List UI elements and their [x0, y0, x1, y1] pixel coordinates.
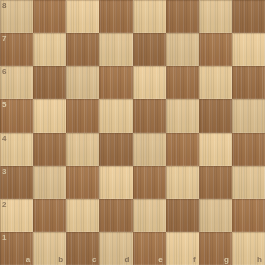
rank-label-8: 8: [2, 2, 6, 10]
rank-label-2: 2: [2, 201, 6, 209]
square-h4[interactable]: [232, 133, 265, 166]
square-g4[interactable]: [199, 133, 232, 166]
square-e8[interactable]: [133, 0, 166, 33]
file-label-h: h: [257, 256, 262, 264]
square-c5[interactable]: [66, 99, 99, 132]
square-g3[interactable]: [199, 166, 232, 199]
square-g2[interactable]: [199, 199, 232, 232]
square-g1[interactable]: g: [199, 232, 232, 265]
square-b3[interactable]: [33, 166, 66, 199]
square-a8[interactable]: 8: [0, 0, 33, 33]
square-g6[interactable]: [199, 66, 232, 99]
square-e4[interactable]: [133, 133, 166, 166]
rank-label-7: 7: [2, 35, 6, 43]
square-b2[interactable]: [33, 199, 66, 232]
square-g7[interactable]: [199, 33, 232, 66]
square-e2[interactable]: [133, 199, 166, 232]
square-c6[interactable]: [66, 66, 99, 99]
file-label-a: a: [26, 256, 30, 264]
square-f5[interactable]: [166, 99, 199, 132]
square-d7[interactable]: [99, 33, 132, 66]
square-h3[interactable]: [232, 166, 265, 199]
square-b5[interactable]: [33, 99, 66, 132]
square-a6[interactable]: 6: [0, 66, 33, 99]
square-b7[interactable]: [33, 33, 66, 66]
square-e5[interactable]: [133, 99, 166, 132]
square-f1[interactable]: f: [166, 232, 199, 265]
square-c3[interactable]: [66, 166, 99, 199]
square-c2[interactable]: [66, 199, 99, 232]
rank-label-1: 1: [2, 234, 6, 242]
square-d6[interactable]: [99, 66, 132, 99]
square-e7[interactable]: [133, 33, 166, 66]
square-b1[interactable]: b: [33, 232, 66, 265]
file-label-g: g: [224, 256, 229, 264]
square-d5[interactable]: [99, 99, 132, 132]
square-e1[interactable]: e: [133, 232, 166, 265]
square-h2[interactable]: [232, 199, 265, 232]
file-label-d: d: [125, 256, 130, 264]
square-c8[interactable]: [66, 0, 99, 33]
square-b8[interactable]: [33, 0, 66, 33]
square-e3[interactable]: [133, 166, 166, 199]
square-a5[interactable]: 5: [0, 99, 33, 132]
square-h1[interactable]: h: [232, 232, 265, 265]
rank-label-5: 5: [2, 101, 6, 109]
square-d1[interactable]: d: [99, 232, 132, 265]
square-b4[interactable]: [33, 133, 66, 166]
square-c4[interactable]: [66, 133, 99, 166]
square-b6[interactable]: [33, 66, 66, 99]
rank-label-6: 6: [2, 68, 6, 76]
square-c7[interactable]: [66, 33, 99, 66]
file-label-e: e: [158, 256, 162, 264]
square-a2[interactable]: 2: [0, 199, 33, 232]
square-h6[interactable]: [232, 66, 265, 99]
rank-label-4: 4: [2, 135, 6, 143]
square-h5[interactable]: [232, 99, 265, 132]
square-d3[interactable]: [99, 166, 132, 199]
square-d4[interactable]: [99, 133, 132, 166]
square-h8[interactable]: [232, 0, 265, 33]
chess-board: 87654321abcdefgh: [0, 0, 265, 265]
square-f3[interactable]: [166, 166, 199, 199]
file-label-b: b: [58, 256, 63, 264]
square-d2[interactable]: [99, 199, 132, 232]
file-label-c: c: [92, 256, 96, 264]
square-a1[interactable]: 1a: [0, 232, 33, 265]
square-f7[interactable]: [166, 33, 199, 66]
square-g8[interactable]: [199, 0, 232, 33]
square-e6[interactable]: [133, 66, 166, 99]
square-f4[interactable]: [166, 133, 199, 166]
square-c1[interactable]: c: [66, 232, 99, 265]
square-d8[interactable]: [99, 0, 132, 33]
square-h7[interactable]: [232, 33, 265, 66]
square-f2[interactable]: [166, 199, 199, 232]
rank-label-3: 3: [2, 168, 6, 176]
square-g5[interactable]: [199, 99, 232, 132]
square-a7[interactable]: 7: [0, 33, 33, 66]
file-label-f: f: [193, 256, 196, 264]
square-a3[interactable]: 3: [0, 166, 33, 199]
square-f6[interactable]: [166, 66, 199, 99]
square-a4[interactable]: 4: [0, 133, 33, 166]
square-f8[interactable]: [166, 0, 199, 33]
